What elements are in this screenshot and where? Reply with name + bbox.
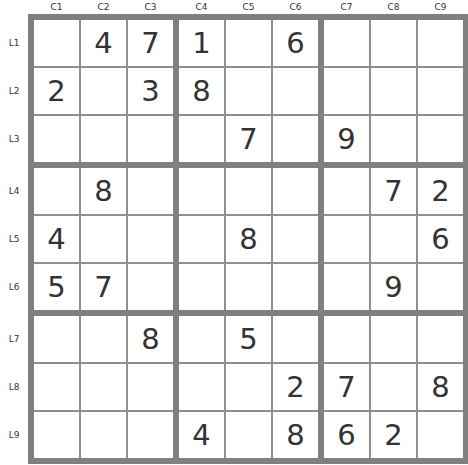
column-label-C9: C9 <box>418 3 463 12</box>
cell-L3C1[interactable] <box>34 116 79 162</box>
column-label-C5: C5 <box>226 3 271 12</box>
cell-L6C1[interactable]: 5 <box>34 264 79 310</box>
cell-L1C4[interactable]: 1 <box>179 20 224 66</box>
cell-L3C4[interactable] <box>179 116 224 162</box>
cell-L9C4[interactable]: 4 <box>179 412 224 458</box>
cell-L1C6[interactable]: 6 <box>273 20 318 66</box>
row-label-L1: L1 <box>9 39 20 48</box>
column-label-C1: C1 <box>34 3 79 12</box>
box-1: 4723 <box>34 20 173 162</box>
row-label-L7: L7 <box>9 335 20 344</box>
cell-L6C5[interactable] <box>226 264 271 310</box>
cell-L8C5[interactable] <box>226 364 271 410</box>
column-label-C4: C4 <box>179 3 224 12</box>
box-4: 8457 <box>34 168 173 310</box>
cell-L4C7[interactable] <box>324 168 369 214</box>
column-label-C8: C8 <box>371 3 416 12</box>
cell-L2C6[interactable] <box>273 68 318 114</box>
cell-L2C9[interactable] <box>418 68 463 114</box>
cell-L6C9[interactable] <box>418 264 463 310</box>
cell-L1C7[interactable] <box>324 20 369 66</box>
cell-L4C9[interactable]: 2 <box>418 168 463 214</box>
cell-L4C2[interactable]: 8 <box>81 168 126 214</box>
cell-L3C8[interactable] <box>371 116 416 162</box>
cell-L5C1[interactable]: 4 <box>34 216 79 262</box>
row-label-L8: L8 <box>9 383 20 392</box>
column-label-C7: C7 <box>324 3 369 12</box>
cell-L3C9[interactable] <box>418 116 463 162</box>
cell-L7C9[interactable] <box>418 316 463 362</box>
cell-L9C9[interactable] <box>418 412 463 458</box>
cell-L3C5[interactable]: 7 <box>226 116 271 162</box>
cell-L3C7[interactable]: 9 <box>324 116 369 162</box>
column-label-C3: C3 <box>128 3 173 12</box>
cell-L7C5[interactable]: 5 <box>226 316 271 362</box>
box-5: 8 <box>179 168 318 310</box>
row-label-L3: L3 <box>9 135 20 144</box>
cell-L6C4[interactable] <box>179 264 224 310</box>
cell-L1C3[interactable]: 7 <box>128 20 173 66</box>
cell-L8C4[interactable] <box>179 364 224 410</box>
cell-L5C4[interactable] <box>179 216 224 262</box>
cell-L5C7[interactable] <box>324 216 369 262</box>
cell-L9C7[interactable]: 6 <box>324 412 369 458</box>
cell-L1C1[interactable] <box>34 20 79 66</box>
box-2: 1687 <box>179 20 318 162</box>
row-label-L9: L9 <box>9 431 20 440</box>
box-9: 7862 <box>324 316 463 458</box>
row-label-L6: L6 <box>9 283 20 292</box>
cell-L7C7[interactable] <box>324 316 369 362</box>
column-labels: C1C2C3C4C5C6C7C8C9 <box>28 0 468 14</box>
cell-L2C7[interactable] <box>324 68 369 114</box>
cell-L9C2[interactable] <box>81 412 126 458</box>
cell-L7C1[interactable] <box>34 316 79 362</box>
sudoku-board: 472316879845787269852487862 <box>28 14 468 464</box>
sudoku-page: C1C2C3C4C5C6C7C8C9 L1L2L3L4L5L6L7L8L9 47… <box>0 0 468 465</box>
cell-L8C7[interactable]: 7 <box>324 364 369 410</box>
cell-L4C6[interactable] <box>273 168 318 214</box>
cell-L4C5[interactable] <box>226 168 271 214</box>
column-label-C2: C2 <box>81 3 126 12</box>
cell-L3C3[interactable] <box>128 116 173 162</box>
cell-L6C6[interactable] <box>273 264 318 310</box>
cell-L5C6[interactable] <box>273 216 318 262</box>
box-7: 8 <box>34 316 173 458</box>
cell-L3C6[interactable] <box>273 116 318 162</box>
cell-L5C9[interactable]: 6 <box>418 216 463 262</box>
cell-L4C8[interactable]: 7 <box>371 168 416 214</box>
cell-L2C1[interactable]: 2 <box>34 68 79 114</box>
cell-L8C6[interactable]: 2 <box>273 364 318 410</box>
row-label-L4: L4 <box>9 187 20 196</box>
cell-L4C1[interactable] <box>34 168 79 214</box>
cell-L7C6[interactable] <box>273 316 318 362</box>
cell-L9C5[interactable] <box>226 412 271 458</box>
box-3: 9 <box>324 20 463 162</box>
cell-L2C2[interactable] <box>81 68 126 114</box>
cell-L1C9[interactable] <box>418 20 463 66</box>
cell-L9C6[interactable]: 8 <box>273 412 318 458</box>
cell-L1C8[interactable] <box>371 20 416 66</box>
cell-L8C1[interactable] <box>34 364 79 410</box>
cell-L1C2[interactable]: 4 <box>81 20 126 66</box>
cell-L9C3[interactable] <box>128 412 173 458</box>
row-labels: L1L2L3L4L5L6L7L8L9 <box>0 14 28 465</box>
cell-L7C8[interactable] <box>371 316 416 362</box>
box-6: 7269 <box>324 168 463 310</box>
box-8: 5248 <box>179 316 318 458</box>
cell-L7C3[interactable]: 8 <box>128 316 173 362</box>
cell-L4C3[interactable] <box>128 168 173 214</box>
column-label-C6: C6 <box>273 3 318 12</box>
row-label-L5: L5 <box>9 235 20 244</box>
cell-L2C5[interactable] <box>226 68 271 114</box>
cell-L9C8[interactable]: 2 <box>371 412 416 458</box>
cell-L2C4[interactable]: 8 <box>179 68 224 114</box>
row-label-L2: L2 <box>9 87 20 96</box>
cell-L8C2[interactable] <box>81 364 126 410</box>
cell-L1C5[interactable] <box>226 20 271 66</box>
cell-L5C3[interactable] <box>128 216 173 262</box>
cell-L5C5[interactable]: 8 <box>226 216 271 262</box>
cell-L3C2[interactable] <box>81 116 126 162</box>
cell-L2C8[interactable] <box>371 68 416 114</box>
cell-L6C3[interactable] <box>128 264 173 310</box>
cell-L5C8[interactable] <box>371 216 416 262</box>
cell-L2C3[interactable]: 3 <box>128 68 173 114</box>
cell-L6C2[interactable]: 7 <box>81 264 126 310</box>
cell-L6C7[interactable] <box>324 264 369 310</box>
cell-L4C4[interactable] <box>179 168 224 214</box>
cell-L6C8[interactable]: 9 <box>371 264 416 310</box>
cell-L9C1[interactable] <box>34 412 79 458</box>
cell-L7C4[interactable] <box>179 316 224 362</box>
cell-L8C8[interactable] <box>371 364 416 410</box>
corner-spacer <box>0 0 28 14</box>
cell-L5C2[interactable] <box>81 216 126 262</box>
cell-L8C9[interactable]: 8 <box>418 364 463 410</box>
cell-L8C3[interactable] <box>128 364 173 410</box>
cell-L7C2[interactable] <box>81 316 126 362</box>
